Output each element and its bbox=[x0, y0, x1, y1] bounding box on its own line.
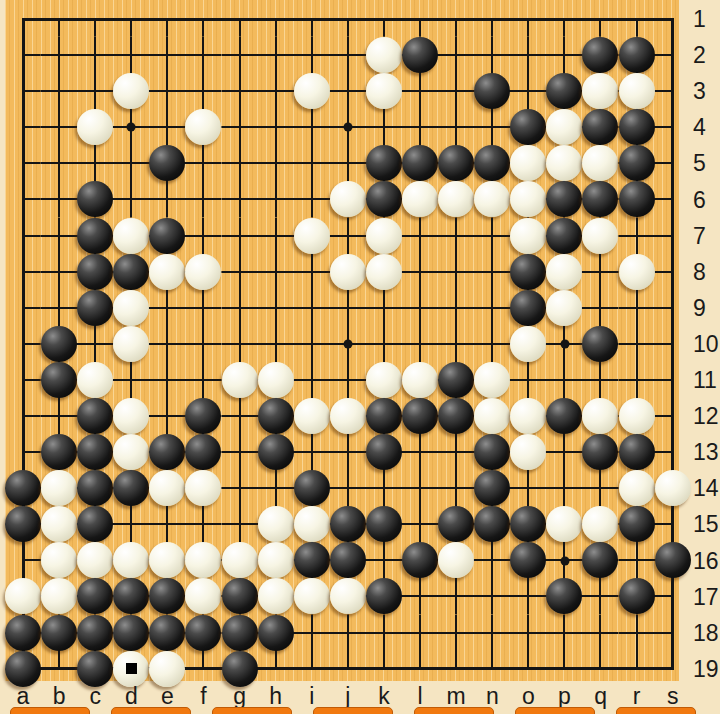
board-point[interactable] bbox=[149, 218, 185, 254]
board-point[interactable] bbox=[41, 181, 77, 217]
board-point[interactable] bbox=[77, 398, 113, 434]
board-point[interactable] bbox=[655, 326, 691, 362]
board-point[interactable] bbox=[655, 254, 691, 290]
board-point[interactable] bbox=[619, 145, 655, 181]
board-point[interactable] bbox=[294, 434, 330, 470]
board-point[interactable] bbox=[655, 109, 691, 145]
board-point[interactable] bbox=[113, 326, 149, 362]
board-point[interactable] bbox=[366, 73, 402, 109]
board-point[interactable] bbox=[474, 290, 510, 326]
board-point[interactable] bbox=[41, 326, 77, 362]
board-point[interactable] bbox=[185, 37, 221, 73]
board-point[interactable] bbox=[258, 218, 294, 254]
bottom-bar-button[interactable] bbox=[313, 707, 393, 714]
board-point[interactable] bbox=[474, 362, 510, 398]
board-point[interactable] bbox=[185, 578, 221, 614]
board-point[interactable] bbox=[619, 326, 655, 362]
board-point[interactable] bbox=[655, 470, 691, 506]
board-point[interactable] bbox=[77, 254, 113, 290]
board-point[interactable] bbox=[582, 254, 618, 290]
board-point[interactable] bbox=[655, 398, 691, 434]
board-point[interactable] bbox=[258, 1, 294, 37]
board-point[interactable] bbox=[330, 434, 366, 470]
board-point[interactable] bbox=[5, 506, 41, 542]
board-point[interactable] bbox=[402, 218, 438, 254]
board-point[interactable] bbox=[510, 506, 546, 542]
board-point[interactable] bbox=[582, 326, 618, 362]
board-point[interactable] bbox=[149, 398, 185, 434]
bottom-bar-button[interactable] bbox=[212, 707, 292, 714]
board-point[interactable] bbox=[113, 145, 149, 181]
board-point[interactable] bbox=[474, 145, 510, 181]
board-point[interactable] bbox=[5, 362, 41, 398]
board-point[interactable] bbox=[510, 1, 546, 37]
board-point[interactable] bbox=[510, 578, 546, 614]
board-point[interactable] bbox=[5, 651, 41, 687]
board-point[interactable] bbox=[619, 470, 655, 506]
board-point[interactable] bbox=[113, 218, 149, 254]
board-point[interactable] bbox=[258, 73, 294, 109]
board-point[interactable] bbox=[5, 254, 41, 290]
board-point[interactable] bbox=[222, 434, 258, 470]
board-point[interactable] bbox=[222, 181, 258, 217]
board-point[interactable] bbox=[655, 181, 691, 217]
board-point[interactable] bbox=[294, 109, 330, 145]
board-point[interactable] bbox=[546, 145, 582, 181]
board-point[interactable] bbox=[113, 506, 149, 542]
board-point[interactable] bbox=[258, 398, 294, 434]
board-point[interactable] bbox=[222, 73, 258, 109]
board-point[interactable] bbox=[222, 651, 258, 687]
board-point[interactable] bbox=[258, 290, 294, 326]
board-point[interactable] bbox=[5, 615, 41, 651]
board-point[interactable] bbox=[330, 326, 366, 362]
board-point[interactable] bbox=[655, 290, 691, 326]
board-point[interactable] bbox=[366, 434, 402, 470]
board-point[interactable] bbox=[330, 73, 366, 109]
board-point[interactable] bbox=[41, 73, 77, 109]
board-point[interactable] bbox=[77, 218, 113, 254]
board-point[interactable] bbox=[582, 1, 618, 37]
board-point[interactable] bbox=[474, 218, 510, 254]
board-point[interactable] bbox=[330, 109, 366, 145]
board-point[interactable] bbox=[77, 326, 113, 362]
board-point[interactable] bbox=[294, 1, 330, 37]
board-point[interactable] bbox=[149, 578, 185, 614]
board-point[interactable] bbox=[438, 290, 474, 326]
board-point[interactable] bbox=[438, 181, 474, 217]
board-point[interactable] bbox=[5, 109, 41, 145]
board-point[interactable] bbox=[402, 542, 438, 578]
board-point[interactable] bbox=[258, 470, 294, 506]
board-point[interactable] bbox=[258, 145, 294, 181]
board-point[interactable] bbox=[546, 218, 582, 254]
board-point[interactable] bbox=[258, 37, 294, 73]
board-point[interactable] bbox=[294, 362, 330, 398]
board-point[interactable] bbox=[294, 578, 330, 614]
board-point[interactable] bbox=[294, 73, 330, 109]
board-point[interactable] bbox=[546, 290, 582, 326]
board-point[interactable] bbox=[366, 181, 402, 217]
board-point[interactable] bbox=[619, 1, 655, 37]
board-point[interactable] bbox=[510, 398, 546, 434]
board-point[interactable] bbox=[330, 181, 366, 217]
board-point[interactable] bbox=[258, 326, 294, 362]
board-point[interactable] bbox=[619, 181, 655, 217]
board-point[interactable] bbox=[77, 651, 113, 687]
board-point[interactable] bbox=[77, 542, 113, 578]
board-point[interactable] bbox=[113, 542, 149, 578]
board-point[interactable] bbox=[294, 290, 330, 326]
board-point[interactable] bbox=[619, 73, 655, 109]
board-point[interactable] bbox=[149, 362, 185, 398]
board-point[interactable] bbox=[474, 470, 510, 506]
board-point[interactable] bbox=[5, 326, 41, 362]
board-point[interactable] bbox=[582, 651, 618, 687]
board-point[interactable] bbox=[222, 218, 258, 254]
board-point[interactable] bbox=[619, 254, 655, 290]
board-point[interactable] bbox=[438, 362, 474, 398]
board-point[interactable] bbox=[330, 1, 366, 37]
board-point[interactable] bbox=[438, 73, 474, 109]
board-point[interactable] bbox=[402, 145, 438, 181]
board-point[interactable] bbox=[185, 254, 221, 290]
board-point[interactable] bbox=[438, 398, 474, 434]
board-point[interactable] bbox=[582, 362, 618, 398]
board-point[interactable] bbox=[77, 181, 113, 217]
board-point[interactable] bbox=[402, 73, 438, 109]
board-point[interactable] bbox=[41, 145, 77, 181]
board-point[interactable] bbox=[655, 615, 691, 651]
board-point[interactable] bbox=[185, 109, 221, 145]
board-point[interactable] bbox=[474, 326, 510, 362]
board-point[interactable] bbox=[149, 326, 185, 362]
board-point[interactable] bbox=[113, 362, 149, 398]
board-point[interactable] bbox=[546, 1, 582, 37]
board-point[interactable] bbox=[222, 615, 258, 651]
board-point[interactable] bbox=[366, 506, 402, 542]
bottom-bar-button[interactable] bbox=[10, 707, 90, 714]
board-point[interactable] bbox=[5, 290, 41, 326]
board-point[interactable] bbox=[510, 254, 546, 290]
board-point[interactable] bbox=[619, 506, 655, 542]
board-point[interactable] bbox=[294, 326, 330, 362]
board-point[interactable] bbox=[582, 434, 618, 470]
board-point[interactable] bbox=[258, 181, 294, 217]
board-point[interactable] bbox=[474, 73, 510, 109]
board-point[interactable] bbox=[619, 398, 655, 434]
bottom-bar-button[interactable] bbox=[111, 707, 191, 714]
board-point[interactable] bbox=[41, 109, 77, 145]
board-point[interactable] bbox=[619, 109, 655, 145]
board-point[interactable] bbox=[438, 37, 474, 73]
board-point[interactable] bbox=[582, 615, 618, 651]
board-point[interactable] bbox=[366, 109, 402, 145]
board-point[interactable] bbox=[294, 145, 330, 181]
board-point[interactable] bbox=[41, 578, 77, 614]
board-point[interactable] bbox=[41, 218, 77, 254]
board-point[interactable] bbox=[402, 37, 438, 73]
board-point[interactable] bbox=[5, 218, 41, 254]
board-point[interactable] bbox=[438, 578, 474, 614]
board-point[interactable] bbox=[77, 362, 113, 398]
board-point[interactable] bbox=[474, 434, 510, 470]
board-point[interactable] bbox=[510, 37, 546, 73]
board-point[interactable] bbox=[258, 615, 294, 651]
board-point[interactable] bbox=[113, 254, 149, 290]
board-point[interactable] bbox=[619, 651, 655, 687]
board-point[interactable] bbox=[330, 398, 366, 434]
board-point[interactable] bbox=[474, 254, 510, 290]
board-point[interactable] bbox=[77, 109, 113, 145]
board-point[interactable] bbox=[510, 218, 546, 254]
board-point[interactable] bbox=[41, 398, 77, 434]
board-point[interactable] bbox=[546, 73, 582, 109]
board-point[interactable] bbox=[222, 506, 258, 542]
board-point[interactable] bbox=[366, 651, 402, 687]
board-point[interactable] bbox=[5, 542, 41, 578]
board-point[interactable] bbox=[510, 181, 546, 217]
board-point[interactable] bbox=[330, 470, 366, 506]
board-point[interactable] bbox=[402, 434, 438, 470]
board-point[interactable] bbox=[294, 470, 330, 506]
board-point[interactable] bbox=[77, 37, 113, 73]
board-point[interactable] bbox=[402, 615, 438, 651]
board-point[interactable] bbox=[113, 398, 149, 434]
board-point[interactable] bbox=[655, 506, 691, 542]
board-point[interactable] bbox=[5, 398, 41, 434]
board-point[interactable] bbox=[474, 651, 510, 687]
board-point[interactable] bbox=[330, 578, 366, 614]
board-point[interactable] bbox=[41, 1, 77, 37]
board-point[interactable] bbox=[655, 578, 691, 614]
board-point[interactable] bbox=[655, 434, 691, 470]
board-point[interactable] bbox=[258, 651, 294, 687]
board-point[interactable] bbox=[546, 506, 582, 542]
board-point[interactable] bbox=[185, 290, 221, 326]
board-point[interactable] bbox=[294, 506, 330, 542]
board-point[interactable] bbox=[330, 37, 366, 73]
board-point[interactable] bbox=[619, 218, 655, 254]
board-point[interactable] bbox=[185, 326, 221, 362]
bottom-bar-button[interactable] bbox=[616, 707, 696, 714]
board-point[interactable] bbox=[149, 181, 185, 217]
board-point[interactable] bbox=[41, 362, 77, 398]
bottom-bar-button[interactable] bbox=[515, 707, 595, 714]
board-point[interactable] bbox=[185, 542, 221, 578]
board-point[interactable] bbox=[185, 615, 221, 651]
board-point[interactable] bbox=[546, 542, 582, 578]
board-point[interactable] bbox=[5, 1, 41, 37]
board-point[interactable] bbox=[222, 470, 258, 506]
board-point[interactable] bbox=[222, 109, 258, 145]
board-point[interactable] bbox=[438, 145, 474, 181]
board-point[interactable] bbox=[149, 506, 185, 542]
board-point[interactable] bbox=[294, 218, 330, 254]
board-point[interactable] bbox=[546, 578, 582, 614]
board-point[interactable] bbox=[77, 434, 113, 470]
board-point[interactable] bbox=[438, 218, 474, 254]
board-point[interactable] bbox=[474, 181, 510, 217]
board-point[interactable] bbox=[222, 37, 258, 73]
board-point[interactable] bbox=[258, 362, 294, 398]
board-point[interactable] bbox=[113, 181, 149, 217]
board-point[interactable] bbox=[149, 254, 185, 290]
board-point[interactable] bbox=[546, 651, 582, 687]
board-point[interactable] bbox=[582, 398, 618, 434]
board-point[interactable] bbox=[402, 578, 438, 614]
board-point[interactable] bbox=[330, 290, 366, 326]
board-point[interactable] bbox=[546, 254, 582, 290]
board-point[interactable] bbox=[149, 73, 185, 109]
board-point[interactable] bbox=[149, 651, 185, 687]
board-point[interactable] bbox=[474, 109, 510, 145]
board-point[interactable] bbox=[402, 506, 438, 542]
board-point[interactable] bbox=[510, 470, 546, 506]
board-point[interactable] bbox=[185, 145, 221, 181]
board-point[interactable] bbox=[510, 145, 546, 181]
board-point[interactable] bbox=[41, 37, 77, 73]
board-point[interactable] bbox=[402, 1, 438, 37]
board-point[interactable] bbox=[222, 362, 258, 398]
board-point[interactable] bbox=[619, 37, 655, 73]
board-point[interactable] bbox=[113, 615, 149, 651]
board-point[interactable] bbox=[438, 542, 474, 578]
board-point[interactable] bbox=[619, 615, 655, 651]
board-point[interactable] bbox=[294, 398, 330, 434]
board-point[interactable] bbox=[222, 145, 258, 181]
board-point[interactable] bbox=[546, 615, 582, 651]
board-point[interactable] bbox=[294, 615, 330, 651]
board-point[interactable] bbox=[546, 181, 582, 217]
board-point[interactable] bbox=[149, 37, 185, 73]
board-point[interactable] bbox=[41, 434, 77, 470]
board-point[interactable] bbox=[474, 615, 510, 651]
board-point[interactable] bbox=[222, 398, 258, 434]
board-point[interactable] bbox=[438, 434, 474, 470]
board-point[interactable] bbox=[474, 506, 510, 542]
board-point[interactable] bbox=[113, 290, 149, 326]
board-point[interactable] bbox=[402, 290, 438, 326]
board-point[interactable] bbox=[546, 434, 582, 470]
board-point[interactable] bbox=[546, 470, 582, 506]
board-point[interactable] bbox=[582, 578, 618, 614]
board-point[interactable] bbox=[294, 254, 330, 290]
board-point[interactable] bbox=[5, 145, 41, 181]
board-point[interactable] bbox=[619, 290, 655, 326]
board-point[interactable] bbox=[41, 651, 77, 687]
board-point[interactable] bbox=[402, 326, 438, 362]
board-point[interactable] bbox=[438, 506, 474, 542]
board-point[interactable] bbox=[474, 542, 510, 578]
board-point[interactable] bbox=[258, 109, 294, 145]
board-point[interactable] bbox=[41, 290, 77, 326]
board-point[interactable] bbox=[402, 362, 438, 398]
board-point[interactable] bbox=[222, 254, 258, 290]
board-point[interactable] bbox=[474, 37, 510, 73]
board-point[interactable] bbox=[294, 651, 330, 687]
board-point[interactable] bbox=[655, 542, 691, 578]
board-point[interactable] bbox=[546, 398, 582, 434]
board-point[interactable] bbox=[366, 542, 402, 578]
board-point[interactable] bbox=[546, 37, 582, 73]
board-point[interactable] bbox=[330, 615, 366, 651]
board-point[interactable] bbox=[113, 578, 149, 614]
board-point[interactable] bbox=[294, 181, 330, 217]
board-point[interactable] bbox=[582, 181, 618, 217]
board-point[interactable] bbox=[438, 1, 474, 37]
board-point[interactable] bbox=[438, 470, 474, 506]
board-point[interactable] bbox=[582, 470, 618, 506]
board-point[interactable] bbox=[510, 109, 546, 145]
board-point[interactable] bbox=[582, 506, 618, 542]
board-point[interactable] bbox=[402, 254, 438, 290]
board-point[interactable] bbox=[41, 615, 77, 651]
board-point[interactable] bbox=[474, 398, 510, 434]
board-point[interactable] bbox=[5, 434, 41, 470]
board-point[interactable] bbox=[149, 470, 185, 506]
board-point[interactable] bbox=[546, 109, 582, 145]
board-point[interactable] bbox=[366, 326, 402, 362]
board-point[interactable] bbox=[402, 109, 438, 145]
board-point[interactable] bbox=[5, 578, 41, 614]
board-point[interactable] bbox=[41, 542, 77, 578]
board-point[interactable] bbox=[41, 254, 77, 290]
board-point[interactable] bbox=[222, 290, 258, 326]
board-point[interactable] bbox=[5, 470, 41, 506]
board-point[interactable] bbox=[222, 326, 258, 362]
board-point[interactable] bbox=[149, 615, 185, 651]
board-point[interactable] bbox=[258, 506, 294, 542]
board-point[interactable] bbox=[582, 37, 618, 73]
board-point[interactable] bbox=[474, 578, 510, 614]
board-point[interactable] bbox=[438, 326, 474, 362]
board-point[interactable] bbox=[113, 37, 149, 73]
board-point[interactable] bbox=[366, 145, 402, 181]
board-point[interactable] bbox=[655, 73, 691, 109]
board-point[interactable] bbox=[113, 470, 149, 506]
board-point[interactable] bbox=[438, 254, 474, 290]
board-point[interactable] bbox=[149, 109, 185, 145]
board-point[interactable] bbox=[510, 542, 546, 578]
board-point[interactable] bbox=[77, 73, 113, 109]
board-point[interactable] bbox=[402, 181, 438, 217]
board-point[interactable] bbox=[222, 578, 258, 614]
board-point[interactable] bbox=[655, 145, 691, 181]
board-point[interactable] bbox=[258, 254, 294, 290]
board-point[interactable] bbox=[655, 218, 691, 254]
board-point[interactable] bbox=[77, 578, 113, 614]
board-point[interactable] bbox=[402, 470, 438, 506]
board-point[interactable] bbox=[185, 506, 221, 542]
board-point[interactable] bbox=[330, 506, 366, 542]
board-point[interactable] bbox=[185, 651, 221, 687]
board-point[interactable] bbox=[113, 73, 149, 109]
board-point[interactable] bbox=[5, 73, 41, 109]
board-point[interactable] bbox=[185, 362, 221, 398]
bottom-bar-button[interactable] bbox=[414, 707, 494, 714]
board-point[interactable] bbox=[655, 37, 691, 73]
board-point[interactable] bbox=[546, 362, 582, 398]
board-point[interactable] bbox=[438, 651, 474, 687]
board-point[interactable] bbox=[294, 542, 330, 578]
board-point[interactable] bbox=[402, 651, 438, 687]
board-point[interactable] bbox=[366, 615, 402, 651]
board-point[interactable] bbox=[258, 578, 294, 614]
board-point[interactable] bbox=[149, 542, 185, 578]
board-point[interactable] bbox=[582, 218, 618, 254]
board-point[interactable] bbox=[330, 651, 366, 687]
